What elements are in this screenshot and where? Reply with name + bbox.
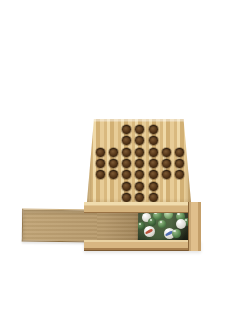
box-top-rail (84, 202, 201, 213)
box-bottom-rail (84, 240, 201, 251)
marble-white[interactable] (176, 219, 186, 229)
marble-green[interactable] (158, 220, 166, 228)
marble-green-dark[interactable] (148, 218, 156, 226)
box-right-cap (188, 202, 201, 251)
marble-layer (0, 0, 240, 320)
marble-swirl-red (145, 228, 154, 234)
product-photo-peg-solitaire (0, 0, 240, 320)
marble-white-red[interactable] (144, 226, 155, 237)
slide-lid[interactable] (22, 209, 138, 243)
marble-green[interactable] (172, 229, 181, 238)
